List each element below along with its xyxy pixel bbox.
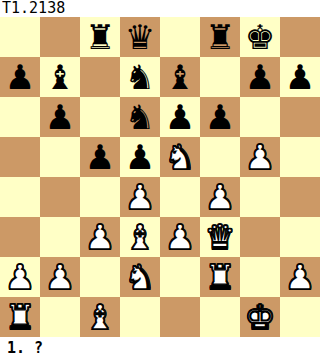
square-g6[interactable] <box>240 97 280 137</box>
black-queen: ♛ <box>120 17 160 57</box>
square-h2[interactable]: ♟ <box>280 257 320 297</box>
square-b1[interactable] <box>40 297 80 337</box>
square-d8[interactable]: ♛ <box>120 17 160 57</box>
square-a1[interactable]: ♜ <box>0 297 40 337</box>
square-d4[interactable]: ♟ <box>120 177 160 217</box>
square-c7[interactable] <box>80 57 120 97</box>
square-e4[interactable] <box>160 177 200 217</box>
black-pawn: ♟ <box>200 97 240 137</box>
white-king: ♚ <box>240 297 280 337</box>
square-h7[interactable]: ♟ <box>280 57 320 97</box>
square-g4[interactable] <box>240 177 280 217</box>
square-e7[interactable]: ♝ <box>160 57 200 97</box>
square-f6[interactable]: ♟ <box>200 97 240 137</box>
square-f3[interactable]: ♛ <box>200 217 240 257</box>
square-b2[interactable]: ♟ <box>40 257 80 297</box>
square-f7[interactable] <box>200 57 240 97</box>
white-pawn: ♟ <box>280 257 320 297</box>
square-a4[interactable] <box>0 177 40 217</box>
square-g5[interactable]: ♟ <box>240 137 280 177</box>
square-d5[interactable]: ♟ <box>120 137 160 177</box>
white-bishop: ♝ <box>80 297 120 337</box>
square-d3[interactable]: ♝ <box>120 217 160 257</box>
black-pawn: ♟ <box>0 57 40 97</box>
square-f1[interactable] <box>200 297 240 337</box>
white-pawn: ♟ <box>40 257 80 297</box>
square-h3[interactable] <box>280 217 320 257</box>
square-c2[interactable] <box>80 257 120 297</box>
white-knight: ♞ <box>160 137 200 177</box>
square-e6[interactable]: ♟ <box>160 97 200 137</box>
white-rook: ♜ <box>200 257 240 297</box>
black-king: ♚ <box>240 17 280 57</box>
square-b7[interactable]: ♝ <box>40 57 80 97</box>
square-c8[interactable]: ♜ <box>80 17 120 57</box>
square-f2[interactable]: ♜ <box>200 257 240 297</box>
white-rook: ♜ <box>0 297 40 337</box>
square-a8[interactable] <box>0 17 40 57</box>
white-queen: ♛ <box>200 217 240 257</box>
square-g2[interactable] <box>240 257 280 297</box>
square-b8[interactable] <box>40 17 80 57</box>
black-pawn: ♟ <box>40 97 80 137</box>
white-pawn: ♟ <box>240 137 280 177</box>
black-knight: ♞ <box>120 57 160 97</box>
square-b6[interactable]: ♟ <box>40 97 80 137</box>
black-bishop: ♝ <box>160 57 200 97</box>
square-b5[interactable] <box>40 137 80 177</box>
square-c6[interactable] <box>80 97 120 137</box>
square-d7[interactable]: ♞ <box>120 57 160 97</box>
square-f8[interactable]: ♜ <box>200 17 240 57</box>
white-bishop: ♝ <box>120 217 160 257</box>
square-f4[interactable]: ♟ <box>200 177 240 217</box>
chess-board: ♜♛♜♚♟♝♞♝♟♟♟♞♟♟♟♟♞♟♟♟♟♝♟♛♟♟♞♜♟♜♝♚ <box>0 17 320 337</box>
black-bishop: ♝ <box>40 57 80 97</box>
square-e8[interactable] <box>160 17 200 57</box>
square-a3[interactable] <box>0 217 40 257</box>
move-prompt: 1. ? <box>0 337 320 360</box>
square-b3[interactable] <box>40 217 80 257</box>
square-c3[interactable]: ♟ <box>80 217 120 257</box>
black-pawn: ♟ <box>80 137 120 177</box>
black-knight: ♞ <box>120 97 160 137</box>
black-pawn: ♟ <box>240 57 280 97</box>
square-h4[interactable] <box>280 177 320 217</box>
square-c1[interactable]: ♝ <box>80 297 120 337</box>
black-rook: ♜ <box>80 17 120 57</box>
square-d6[interactable]: ♞ <box>120 97 160 137</box>
square-c4[interactable] <box>80 177 120 217</box>
white-knight: ♞ <box>120 257 160 297</box>
square-a5[interactable] <box>0 137 40 177</box>
square-e1[interactable] <box>160 297 200 337</box>
puzzle-id: T1.2138 <box>0 0 320 17</box>
white-pawn: ♟ <box>200 177 240 217</box>
white-pawn: ♟ <box>160 217 200 257</box>
square-g3[interactable] <box>240 217 280 257</box>
square-f5[interactable] <box>200 137 240 177</box>
square-d2[interactable]: ♞ <box>120 257 160 297</box>
square-d1[interactable] <box>120 297 160 337</box>
white-pawn: ♟ <box>0 257 40 297</box>
square-h8[interactable] <box>280 17 320 57</box>
square-e5[interactable]: ♞ <box>160 137 200 177</box>
black-rook: ♜ <box>200 17 240 57</box>
square-g7[interactable]: ♟ <box>240 57 280 97</box>
square-g1[interactable]: ♚ <box>240 297 280 337</box>
white-pawn: ♟ <box>80 217 120 257</box>
white-pawn: ♟ <box>120 177 160 217</box>
square-a6[interactable] <box>0 97 40 137</box>
square-h5[interactable] <box>280 137 320 177</box>
square-c5[interactable]: ♟ <box>80 137 120 177</box>
square-e2[interactable] <box>160 257 200 297</box>
black-pawn: ♟ <box>280 57 320 97</box>
square-h1[interactable] <box>280 297 320 337</box>
square-a2[interactable]: ♟ <box>0 257 40 297</box>
square-a7[interactable]: ♟ <box>0 57 40 97</box>
black-pawn: ♟ <box>160 97 200 137</box>
square-e3[interactable]: ♟ <box>160 217 200 257</box>
square-h6[interactable] <box>280 97 320 137</box>
square-b4[interactable] <box>40 177 80 217</box>
square-g8[interactable]: ♚ <box>240 17 280 57</box>
chess-puzzle-app: T1.2138 ♜♛♜♚♟♝♞♝♟♟♟♞♟♟♟♟♞♟♟♟♟♝♟♛♟♟♞♜♟♜♝♚… <box>0 0 320 360</box>
black-pawn: ♟ <box>120 137 160 177</box>
